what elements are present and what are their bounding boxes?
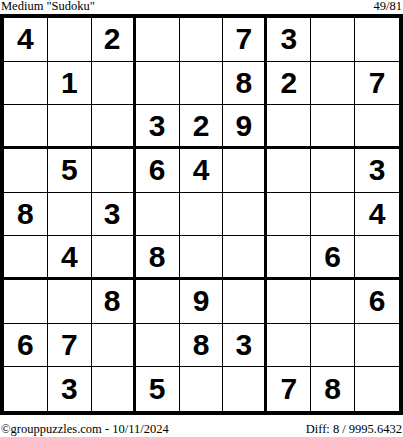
cell-r1c2[interactable] [48,18,92,62]
cell-r5c5[interactable] [180,193,224,237]
difficulty-label: Diff: 8 / 9995.6432 [306,422,402,437]
cell-r5c7[interactable] [267,193,311,237]
cell-r8c1[interactable]: 6 [4,324,48,368]
cell-r8c2[interactable]: 7 [48,324,92,368]
cell-r3c1[interactable] [4,105,48,149]
cell-r6c3[interactable] [92,236,136,280]
cell-r8c3[interactable] [92,324,136,368]
cell-r1c1[interactable]: 4 [4,18,48,62]
cell-r2c8[interactable] [311,62,355,106]
cell-r5c1[interactable]: 8 [4,193,48,237]
cell-r2c3[interactable] [92,62,136,106]
cell-r7c8[interactable] [311,280,355,324]
cell-r8c4[interactable] [136,324,180,368]
cell-r6c7[interactable] [267,236,311,280]
header: Medium "Sudoku" 49/81 [0,0,403,14]
cell-r1c4[interactable] [136,18,180,62]
cell-r4c4[interactable]: 6 [136,149,180,193]
cell-r6c1[interactable] [4,236,48,280]
cell-r7c7[interactable] [267,280,311,324]
cell-r4c9[interactable]: 3 [355,149,399,193]
cell-r3c3[interactable] [92,105,136,149]
sudoku-board: 42731827329564383448689667833578 [0,14,403,415]
cell-r6c2[interactable]: 4 [48,236,92,280]
cell-r4c2[interactable]: 5 [48,149,92,193]
cell-r9c3[interactable] [92,367,136,411]
puzzle-page: Medium "Sudoku" 49/81 427318273295643834… [0,0,403,437]
cell-r4c8[interactable] [311,149,355,193]
cell-r1c5[interactable] [180,18,224,62]
cell-r9c5[interactable] [180,367,224,411]
cell-r7c5[interactable]: 9 [180,280,224,324]
cell-r2c2[interactable]: 1 [48,62,92,106]
cell-r4c3[interactable] [92,149,136,193]
cell-r5c3[interactable]: 3 [92,193,136,237]
cell-r8c7[interactable] [267,324,311,368]
cell-r9c7[interactable]: 7 [267,367,311,411]
empty-cell-counter: 49/81 [374,0,402,13]
cell-r3c5[interactable]: 2 [180,105,224,149]
cell-r5c4[interactable] [136,193,180,237]
cell-r4c5[interactable]: 4 [180,149,224,193]
cell-r2c6[interactable]: 8 [223,62,267,106]
cell-r3c4[interactable]: 3 [136,105,180,149]
copyright-date-label: ©grouppuzzles.com - 10/11/2024 [1,422,169,437]
cell-r9c4[interactable]: 5 [136,367,180,411]
cell-r5c6[interactable] [223,193,267,237]
cell-r3c2[interactable] [48,105,92,149]
cell-r4c6[interactable] [223,149,267,193]
cell-r6c4[interactable]: 8 [136,236,180,280]
cell-r8c9[interactable] [355,324,399,368]
cell-r6c9[interactable] [355,236,399,280]
cell-r8c8[interactable] [311,324,355,368]
cell-r7c1[interactable] [4,280,48,324]
cell-r7c6[interactable] [223,280,267,324]
cell-r3c8[interactable] [311,105,355,149]
cell-r2c1[interactable] [4,62,48,106]
cell-r6c5[interactable] [180,236,224,280]
cell-r1c3[interactable]: 2 [92,18,136,62]
cell-r7c2[interactable] [48,280,92,324]
cell-r7c4[interactable] [136,280,180,324]
cell-r9c1[interactable] [4,367,48,411]
cell-r8c5[interactable]: 8 [180,324,224,368]
cell-r5c8[interactable] [311,193,355,237]
cell-r1c6[interactable]: 7 [223,18,267,62]
cell-r4c7[interactable] [267,149,311,193]
cell-r5c2[interactable] [48,193,92,237]
cell-r1c9[interactable] [355,18,399,62]
cell-r3c7[interactable] [267,105,311,149]
cell-r9c9[interactable] [355,367,399,411]
cell-r3c9[interactable] [355,105,399,149]
cell-r7c9[interactable]: 6 [355,280,399,324]
cell-r9c2[interactable]: 3 [48,367,92,411]
cell-r1c7[interactable]: 3 [267,18,311,62]
footer: ©grouppuzzles.com - 10/11/2024 Diff: 8 /… [0,422,403,437]
cell-r5c9[interactable]: 4 [355,193,399,237]
cell-r9c6[interactable] [223,367,267,411]
cell-r6c8[interactable]: 6 [311,236,355,280]
cell-r2c5[interactable] [180,62,224,106]
cell-r9c8[interactable]: 8 [311,367,355,411]
cell-r3c6[interactable]: 9 [223,105,267,149]
puzzle-title: Medium "Sudoku" [1,0,95,13]
cell-r4c1[interactable] [4,149,48,193]
cell-r2c9[interactable]: 7 [355,62,399,106]
cell-r6c6[interactable] [223,236,267,280]
cell-r1c8[interactable] [311,18,355,62]
cell-r2c7[interactable]: 2 [267,62,311,106]
cell-r7c3[interactable]: 8 [92,280,136,324]
cell-r8c6[interactable]: 3 [223,324,267,368]
cell-r2c4[interactable] [136,62,180,106]
